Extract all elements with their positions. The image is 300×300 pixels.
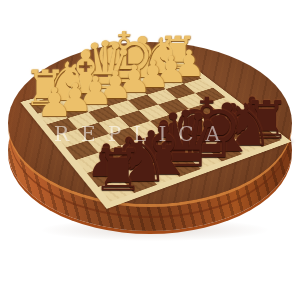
piece-white-pawn: ♟	[36, 83, 72, 123]
pieces-layer: ♜♞♝♛♚♝♞♜♟♟♟♟♟♟♟♟♟♟♟♟♟♟♟♟♜♞♝♛♚♝♞♜	[0, 0, 300, 300]
piece-black-rook: ♜	[92, 142, 144, 200]
product-photo[interactable]: ♜♞♝♛♚♝♞♜♟♟♟♟♟♟♟♟♟♟♟♟♟♟♟♟♜♞♝♛♚♝♞♜ REPLICA	[0, 0, 300, 300]
